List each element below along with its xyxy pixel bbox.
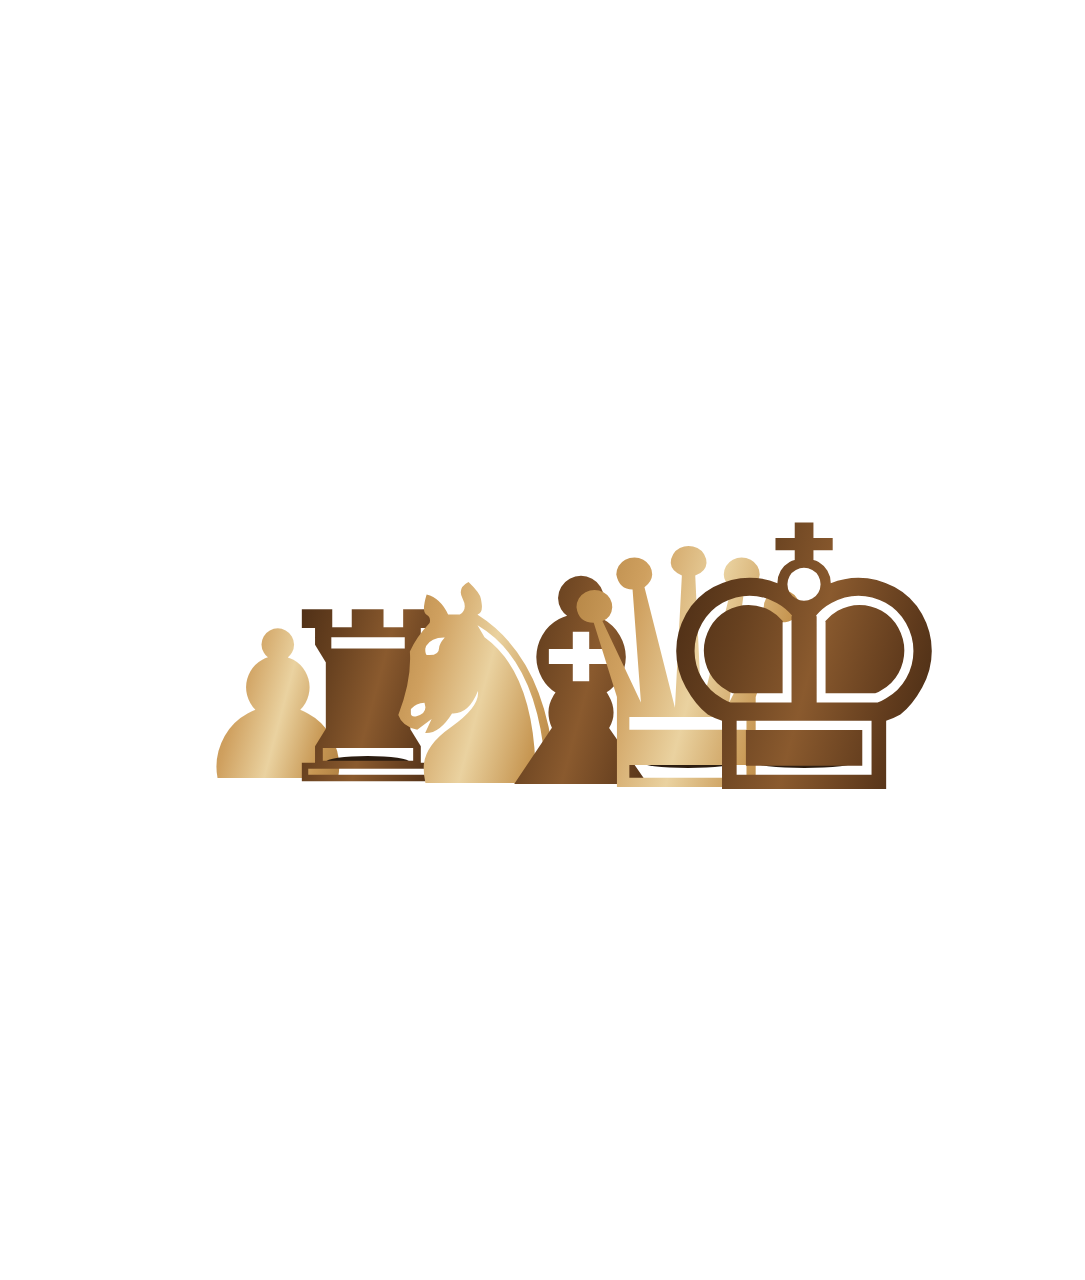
king-piece: ♚: [640, 480, 967, 765]
chess-pieces-photo: ♟ ♜ ♞ ♝ ♛ ♚: [0, 0, 1085, 1280]
king-glyph: ♚: [640, 480, 967, 845]
